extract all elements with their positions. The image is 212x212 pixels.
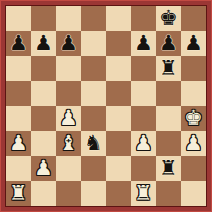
piece-black-pawn: ♟ xyxy=(56,31,81,56)
square-h3[interactable]: ♟ xyxy=(181,131,206,156)
piece-black-rook: ♜ xyxy=(156,56,181,81)
square-b3[interactable] xyxy=(31,131,56,156)
square-h1[interactable] xyxy=(181,181,206,206)
square-a4[interactable] xyxy=(6,106,31,131)
piece-black-pawn: ♟ xyxy=(181,31,206,56)
square-c8[interactable] xyxy=(56,6,81,31)
square-g1[interactable] xyxy=(156,181,181,206)
square-f4[interactable] xyxy=(131,106,156,131)
square-h6[interactable] xyxy=(181,56,206,81)
square-a6[interactable] xyxy=(6,56,31,81)
piece-black-king: ♚ xyxy=(156,6,181,31)
square-d4[interactable] xyxy=(81,106,106,131)
piece-white-pawn: ♟ xyxy=(56,106,81,131)
square-f7[interactable]: ♟ xyxy=(131,31,156,56)
square-f5[interactable] xyxy=(131,81,156,106)
square-c3[interactable]: ♝ xyxy=(56,131,81,156)
square-e2[interactable] xyxy=(106,156,131,181)
piece-white-pawn: ♟ xyxy=(31,156,56,181)
square-h4[interactable]: ♚ xyxy=(181,106,206,131)
square-a2[interactable] xyxy=(6,156,31,181)
square-h2[interactable] xyxy=(181,156,206,181)
piece-black-knight: ♞ xyxy=(81,131,106,156)
square-e6[interactable] xyxy=(106,56,131,81)
square-f6[interactable] xyxy=(131,56,156,81)
piece-white-pawn: ♟ xyxy=(181,131,206,156)
square-c1[interactable] xyxy=(56,181,81,206)
square-f8[interactable] xyxy=(131,6,156,31)
piece-black-pawn: ♟ xyxy=(31,31,56,56)
square-h8[interactable] xyxy=(181,6,206,31)
square-f3[interactable]: ♟ xyxy=(131,131,156,156)
square-e7[interactable] xyxy=(106,31,131,56)
piece-black-pawn: ♟ xyxy=(156,31,181,56)
square-h5[interactable] xyxy=(181,81,206,106)
board-frame: ♚♟♟♟♟♟♟♜♟♚♟♝♞♟♟♟♜♜♜ xyxy=(0,0,212,212)
square-a8[interactable] xyxy=(6,6,31,31)
square-g2[interactable]: ♜ xyxy=(156,156,181,181)
square-e4[interactable] xyxy=(106,106,131,131)
square-a7[interactable]: ♟ xyxy=(6,31,31,56)
square-d5[interactable] xyxy=(81,81,106,106)
piece-white-pawn: ♟ xyxy=(6,131,31,156)
square-g8[interactable]: ♚ xyxy=(156,6,181,31)
square-h7[interactable]: ♟ xyxy=(181,31,206,56)
square-c2[interactable] xyxy=(56,156,81,181)
piece-white-rook: ♜ xyxy=(6,181,31,206)
square-b5[interactable] xyxy=(31,81,56,106)
square-c4[interactable]: ♟ xyxy=(56,106,81,131)
square-c5[interactable] xyxy=(56,81,81,106)
square-d7[interactable] xyxy=(81,31,106,56)
square-a3[interactable]: ♟ xyxy=(6,131,31,156)
square-g7[interactable]: ♟ xyxy=(156,31,181,56)
square-f2[interactable] xyxy=(131,156,156,181)
square-f1[interactable]: ♜ xyxy=(131,181,156,206)
piece-white-king: ♚ xyxy=(181,106,206,131)
chess-board: ♚♟♟♟♟♟♟♜♟♚♟♝♞♟♟♟♜♜♜ xyxy=(6,6,206,206)
piece-black-rook: ♜ xyxy=(156,156,181,181)
square-d1[interactable] xyxy=(81,181,106,206)
square-g6[interactable]: ♜ xyxy=(156,56,181,81)
square-e1[interactable] xyxy=(106,181,131,206)
square-d3[interactable]: ♞ xyxy=(81,131,106,156)
square-b4[interactable] xyxy=(31,106,56,131)
square-g3[interactable] xyxy=(156,131,181,156)
square-a5[interactable] xyxy=(6,81,31,106)
square-b8[interactable] xyxy=(31,6,56,31)
square-d2[interactable] xyxy=(81,156,106,181)
square-b2[interactable]: ♟ xyxy=(31,156,56,181)
square-c6[interactable] xyxy=(56,56,81,81)
square-b7[interactable]: ♟ xyxy=(31,31,56,56)
square-b6[interactable] xyxy=(31,56,56,81)
square-e3[interactable] xyxy=(106,131,131,156)
square-c7[interactable]: ♟ xyxy=(56,31,81,56)
piece-black-pawn: ♟ xyxy=(131,31,156,56)
square-a1[interactable]: ♜ xyxy=(6,181,31,206)
square-e8[interactable] xyxy=(106,6,131,31)
piece-white-rook: ♜ xyxy=(131,181,156,206)
square-g4[interactable] xyxy=(156,106,181,131)
square-b1[interactable] xyxy=(31,181,56,206)
square-d6[interactable] xyxy=(81,56,106,81)
square-g5[interactable] xyxy=(156,81,181,106)
piece-white-pawn: ♟ xyxy=(131,131,156,156)
square-d8[interactable] xyxy=(81,6,106,31)
piece-black-pawn: ♟ xyxy=(6,31,31,56)
square-e5[interactable] xyxy=(106,81,131,106)
piece-white-bishop: ♝ xyxy=(56,131,81,156)
